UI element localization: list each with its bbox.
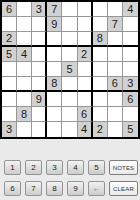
cell-r3c2[interactable] [17,32,32,47]
cell-r1c7[interactable] [93,2,108,17]
cell-r1c8[interactable] [108,2,123,17]
cell-r4c8[interactable] [108,47,123,62]
cell-r6c5[interactable] [62,77,77,92]
cell-r1c9[interactable]: 4 [123,2,138,17]
cell-r5c7[interactable] [93,62,108,77]
cell-r4c5[interactable] [62,47,77,62]
digit-button-8[interactable]: 8 [46,181,63,196]
cell-r5c3[interactable] [32,62,47,77]
cell-r7c3[interactable]: 9 [32,92,47,107]
cell-r2c1[interactable] [2,17,17,32]
digit-button-5[interactable]: 5 [88,160,105,175]
cell-r9c4[interactable] [47,122,62,137]
cell-r6c7[interactable] [93,77,108,92]
cell-r3c4[interactable] [47,32,62,47]
sudoku-board: 63749728542586396863425 [0,0,140,139]
cell-r4c6[interactable]: 2 [78,47,93,62]
cell-r3c6[interactable] [78,32,93,47]
digit-button-1[interactable]: 1 [4,160,21,175]
cell-r1c4[interactable]: 7 [47,2,62,17]
cell-r8c8[interactable] [108,107,123,122]
cell-r7c1[interactable] [2,92,17,107]
digit-button-2[interactable]: 2 [25,160,42,175]
keypad-row-1: 12345NOTES [4,160,140,175]
cell-r2c9[interactable] [123,17,138,32]
cell-r9c6[interactable]: 4 [78,122,93,137]
cell-r2c7[interactable] [93,17,108,32]
cell-r1c3[interactable]: 3 [32,2,47,17]
cell-r6c8[interactable]: 6 [108,77,123,92]
cell-r6c3[interactable] [32,77,47,92]
cell-r7c4[interactable] [47,92,62,107]
digit-button-7[interactable]: 7 [25,181,42,196]
cell-r8c3[interactable] [32,107,47,122]
cell-r4c9[interactable] [123,47,138,62]
cell-r5c9[interactable] [123,62,138,77]
cell-r6c4[interactable]: 8 [47,77,62,92]
cell-r8c4[interactable] [47,107,62,122]
cell-r7c8[interactable] [108,92,123,107]
cell-r2c2[interactable] [17,17,32,32]
cell-r1c2[interactable] [17,2,32,17]
cell-r3c9[interactable] [123,32,138,47]
cell-r7c9[interactable]: 6 [123,92,138,107]
cell-r2c4[interactable]: 9 [47,17,62,32]
cell-r7c2[interactable] [17,92,32,107]
cell-r1c6[interactable] [78,2,93,17]
cell-r7c5[interactable] [62,92,77,107]
clear-button[interactable]: CLEAR [109,181,138,196]
keypad-row-2: 6789←CLEAR [4,181,140,196]
cell-r8c1[interactable] [2,107,17,122]
cell-r9c8[interactable] [108,122,123,137]
cell-r5c8[interactable] [108,62,123,77]
keypad: 12345NOTES 6789←CLEAR [0,160,140,200]
cell-r5c2[interactable] [17,62,32,77]
cell-r3c8[interactable] [108,32,123,47]
cell-r9c9[interactable]: 5 [123,122,138,137]
cell-r8c6[interactable]: 6 [78,107,93,122]
sudoku-app-screen: 63749728542586396863425 12345NOTES 6789←… [0,0,140,200]
cell-r1c5[interactable] [62,2,77,17]
cell-r8c2[interactable]: 8 [17,107,32,122]
cell-r2c6[interactable] [78,17,93,32]
cell-r9c7[interactable]: 2 [93,122,108,137]
cell-r9c5[interactable] [62,122,77,137]
cell-r5c6[interactable] [78,62,93,77]
cell-r7c6[interactable] [78,92,93,107]
cell-r3c7[interactable]: 8 [93,32,108,47]
cell-r3c5[interactable] [62,32,77,47]
cell-r7c7[interactable] [93,92,108,107]
cell-r8c9[interactable] [123,107,138,122]
cell-r5c1[interactable] [2,62,17,77]
cell-r8c7[interactable] [93,107,108,122]
digit-button-6[interactable]: 6 [4,181,21,196]
cell-r2c5[interactable] [62,17,77,32]
cell-r6c2[interactable] [17,77,32,92]
cell-r3c1[interactable]: 2 [2,32,17,47]
cell-r5c5[interactable]: 5 [62,62,77,77]
backspace-button[interactable]: ← [88,181,105,196]
cell-r1c1[interactable]: 6 [2,2,17,17]
cell-r6c1[interactable] [2,77,17,92]
cell-r3c3[interactable] [32,32,47,47]
cell-r4c3[interactable] [32,47,47,62]
digit-button-3[interactable]: 3 [46,160,63,175]
digit-button-9[interactable]: 9 [67,181,84,196]
cell-r9c2[interactable] [17,122,32,137]
cell-r9c3[interactable] [32,122,47,137]
cell-r9c1[interactable]: 3 [2,122,17,137]
cell-r6c6[interactable] [78,77,93,92]
cell-r4c4[interactable] [47,47,62,62]
cell-r5c4[interactable] [47,62,62,77]
cell-r4c2[interactable]: 4 [17,47,32,62]
cell-r8c5[interactable] [62,107,77,122]
cell-r4c7[interactable] [93,47,108,62]
digit-button-4[interactable]: 4 [67,160,84,175]
notes-button[interactable]: NOTES [109,160,138,175]
cell-r2c3[interactable] [32,17,47,32]
cell-r2c8[interactable]: 7 [108,17,123,32]
cell-r4c1[interactable]: 5 [2,47,17,62]
cell-r6c9[interactable]: 3 [123,77,138,92]
